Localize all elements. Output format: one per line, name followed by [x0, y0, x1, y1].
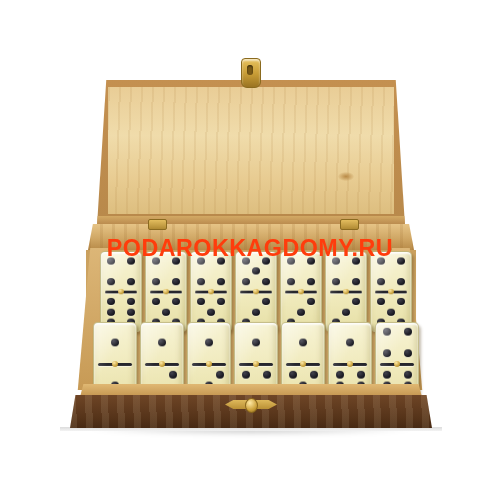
tile-upper-half	[376, 323, 418, 363]
tile-upper-half	[329, 323, 371, 363]
pip	[197, 278, 205, 285]
pip	[332, 278, 340, 285]
front-escutcheon-knob-icon	[245, 398, 258, 413]
pip	[307, 278, 315, 285]
pip	[383, 371, 391, 379]
pip	[107, 308, 115, 315]
pip	[387, 308, 395, 315]
pip	[404, 328, 412, 336]
pip	[127, 298, 135, 305]
hinge-left-icon	[148, 219, 167, 230]
pip	[242, 371, 250, 379]
box-lid	[97, 80, 405, 226]
pip	[107, 298, 115, 305]
tile-upper-half	[141, 323, 183, 363]
pip	[397, 298, 405, 305]
pip	[287, 278, 295, 285]
pip	[127, 308, 135, 315]
pip	[262, 278, 270, 285]
pip	[162, 308, 170, 315]
pip	[404, 349, 412, 357]
lid-clasp-icon	[241, 58, 261, 88]
pip	[169, 371, 177, 379]
pip	[262, 298, 270, 305]
pip	[217, 278, 225, 285]
pip	[205, 339, 213, 347]
pip	[404, 371, 412, 379]
pip	[377, 278, 385, 285]
pip	[352, 278, 360, 285]
pip	[111, 339, 119, 347]
tile-upper-half	[188, 323, 230, 363]
pip	[299, 339, 307, 347]
pip	[252, 308, 260, 315]
pip	[342, 308, 350, 315]
product-photo-domino-box: PODAROKKAGDOMY.RU	[0, 0, 500, 500]
pip	[197, 298, 205, 305]
pip	[158, 339, 166, 347]
pip	[352, 298, 360, 305]
pip	[377, 298, 385, 305]
pip	[289, 371, 297, 379]
hinge-right-icon	[340, 219, 359, 230]
pip	[152, 278, 160, 285]
pip	[252, 268, 260, 275]
pip	[307, 298, 315, 305]
wood-knot	[338, 172, 354, 181]
lid-inner-panel	[108, 87, 394, 214]
pip	[383, 328, 391, 336]
pip	[107, 278, 115, 285]
pip	[127, 278, 135, 285]
pip	[242, 278, 250, 285]
pip	[263, 371, 271, 379]
pip	[297, 308, 305, 315]
pip	[383, 349, 391, 357]
pip	[172, 298, 180, 305]
tile-upper-half	[94, 323, 136, 363]
pip	[216, 371, 224, 379]
pip	[357, 371, 365, 379]
pip	[152, 298, 160, 305]
pip	[397, 257, 405, 264]
pip	[217, 298, 225, 305]
pip	[336, 371, 344, 379]
pip	[397, 278, 405, 285]
tile-upper-half	[282, 323, 324, 363]
pip	[310, 371, 318, 379]
pip	[207, 308, 215, 315]
watermark-text: PODAROKKAGDOMY.RU	[107, 234, 393, 262]
tile-upper-half	[235, 323, 277, 363]
pip	[346, 339, 354, 347]
pip	[252, 339, 260, 347]
pip	[172, 278, 180, 285]
